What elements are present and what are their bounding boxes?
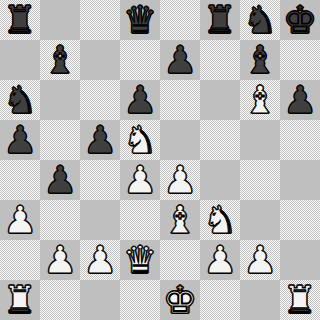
square-c2[interactable]: ♟ xyxy=(80,240,120,280)
square-f2[interactable]: ♟ xyxy=(200,240,240,280)
square-b1[interactable] xyxy=(40,280,80,320)
square-d1[interactable] xyxy=(120,280,160,320)
square-h8[interactable]: ♚ xyxy=(280,0,320,40)
square-d2[interactable]: ♛ xyxy=(120,240,160,280)
square-h5[interactable] xyxy=(280,120,320,160)
white-king[interactable]: ♚ xyxy=(160,280,200,320)
white-pawn[interactable]: ♟ xyxy=(200,240,240,280)
square-d3[interactable] xyxy=(120,200,160,240)
square-g5[interactable] xyxy=(240,120,280,160)
square-b4[interactable]: ♟ xyxy=(40,160,80,200)
square-h3[interactable] xyxy=(280,200,320,240)
black-pawn[interactable]: ♟ xyxy=(160,40,200,80)
black-knight[interactable]: ♞ xyxy=(0,80,40,120)
square-a3[interactable]: ♟ xyxy=(0,200,40,240)
white-knight[interactable]: ♞ xyxy=(200,200,240,240)
white-pawn[interactable]: ♟ xyxy=(0,200,40,240)
white-knight[interactable]: ♞ xyxy=(120,120,160,160)
square-d7[interactable] xyxy=(120,40,160,80)
black-pawn[interactable]: ♟ xyxy=(40,160,80,200)
white-pawn[interactable]: ♟ xyxy=(160,160,200,200)
square-a2[interactable] xyxy=(0,240,40,280)
white-pawn[interactable]: ♟ xyxy=(80,240,120,280)
square-e5[interactable] xyxy=(160,120,200,160)
black-king[interactable]: ♚ xyxy=(280,0,320,40)
square-e3[interactable]: ♝ xyxy=(160,200,200,240)
white-pawn[interactable]: ♟ xyxy=(240,240,280,280)
square-c4[interactable] xyxy=(80,160,120,200)
square-b8[interactable] xyxy=(40,0,80,40)
white-pawn[interactable]: ♟ xyxy=(120,160,160,200)
square-a7[interactable] xyxy=(0,40,40,80)
square-a6[interactable]: ♞ xyxy=(0,80,40,120)
square-a8[interactable]: ♜ xyxy=(0,0,40,40)
black-pawn[interactable]: ♟ xyxy=(280,80,320,120)
square-c6[interactable] xyxy=(80,80,120,120)
square-e2[interactable] xyxy=(160,240,200,280)
square-c5[interactable]: ♟ xyxy=(80,120,120,160)
square-f6[interactable] xyxy=(200,80,240,120)
square-d6[interactable]: ♟ xyxy=(120,80,160,120)
square-a4[interactable] xyxy=(0,160,40,200)
white-rook[interactable]: ♜ xyxy=(0,280,40,320)
square-e4[interactable]: ♟ xyxy=(160,160,200,200)
square-h6[interactable]: ♟ xyxy=(280,80,320,120)
square-h2[interactable] xyxy=(280,240,320,280)
square-h1[interactable]: ♜ xyxy=(280,280,320,320)
square-b6[interactable] xyxy=(40,80,80,120)
white-bishop[interactable]: ♝ xyxy=(240,80,280,120)
white-pawn[interactable]: ♟ xyxy=(40,240,80,280)
black-rook[interactable]: ♜ xyxy=(200,0,240,40)
square-d5[interactable]: ♞ xyxy=(120,120,160,160)
square-g4[interactable] xyxy=(240,160,280,200)
square-g2[interactable]: ♟ xyxy=(240,240,280,280)
white-bishop[interactable]: ♝ xyxy=(160,200,200,240)
square-b2[interactable]: ♟ xyxy=(40,240,80,280)
square-c7[interactable] xyxy=(80,40,120,80)
square-d8[interactable]: ♛ xyxy=(120,0,160,40)
square-g6[interactable]: ♝ xyxy=(240,80,280,120)
square-f4[interactable] xyxy=(200,160,240,200)
white-queen[interactable]: ♛ xyxy=(120,240,160,280)
square-a1[interactable]: ♜ xyxy=(0,280,40,320)
square-f7[interactable] xyxy=(200,40,240,80)
square-b5[interactable] xyxy=(40,120,80,160)
black-rook[interactable]: ♜ xyxy=(0,0,40,40)
square-f8[interactable]: ♜ xyxy=(200,0,240,40)
square-d4[interactable]: ♟ xyxy=(120,160,160,200)
square-f1[interactable] xyxy=(200,280,240,320)
square-g8[interactable]: ♞ xyxy=(240,0,280,40)
square-f3[interactable]: ♞ xyxy=(200,200,240,240)
black-bishop[interactable]: ♝ xyxy=(40,40,80,80)
white-rook[interactable]: ♜ xyxy=(280,280,320,320)
chess-board: ♜♛♜♞♚♝♟♝♞♟♝♟♟♟♞♟♟♟♟♝♞♟♟♛♟♟♜♚♜ xyxy=(0,0,320,320)
black-pawn[interactable]: ♟ xyxy=(0,120,40,160)
black-queen[interactable]: ♛ xyxy=(120,0,160,40)
square-e8[interactable] xyxy=(160,0,200,40)
square-b7[interactable]: ♝ xyxy=(40,40,80,80)
square-g3[interactable] xyxy=(240,200,280,240)
square-h7[interactable] xyxy=(280,40,320,80)
square-c8[interactable] xyxy=(80,0,120,40)
square-c3[interactable] xyxy=(80,200,120,240)
black-pawn[interactable]: ♟ xyxy=(120,80,160,120)
black-pawn[interactable]: ♟ xyxy=(80,120,120,160)
square-h4[interactable] xyxy=(280,160,320,200)
square-e7[interactable]: ♟ xyxy=(160,40,200,80)
square-a5[interactable]: ♟ xyxy=(0,120,40,160)
square-g1[interactable] xyxy=(240,280,280,320)
square-c1[interactable] xyxy=(80,280,120,320)
black-knight[interactable]: ♞ xyxy=(240,0,280,40)
black-bishop[interactable]: ♝ xyxy=(240,40,280,80)
square-f5[interactable] xyxy=(200,120,240,160)
square-b3[interactable] xyxy=(40,200,80,240)
square-e6[interactable] xyxy=(160,80,200,120)
square-g7[interactable]: ♝ xyxy=(240,40,280,80)
square-e1[interactable]: ♚ xyxy=(160,280,200,320)
